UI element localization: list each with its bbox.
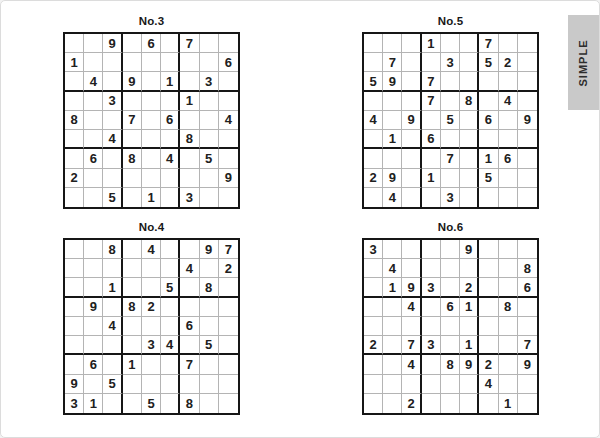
- sudoku-cell: [219, 336, 238, 355]
- puzzle-title: No.3: [63, 13, 240, 29]
- sudoku-cell: [200, 111, 219, 130]
- sudoku-cell: [479, 278, 498, 297]
- sudoku-cell: 6: [180, 317, 199, 336]
- sudoku-cell: 4: [402, 355, 421, 374]
- sudoku-cell: [499, 278, 518, 297]
- sudoku-cell: [103, 355, 122, 374]
- sudoku-cell: [103, 298, 122, 317]
- sudoku-cell: [219, 278, 238, 297]
- sudoku-cell: [219, 149, 238, 168]
- sudoku-cell: 5: [200, 336, 219, 355]
- sudoku-cell: [161, 130, 180, 149]
- sudoku-cell: 9: [460, 240, 479, 259]
- sudoku-cell: 8: [123, 149, 142, 168]
- sudoku-cell: [499, 240, 518, 259]
- sudoku-cell: [65, 278, 84, 297]
- sudoku-cell: 2: [65, 169, 84, 188]
- sudoku-cell: [103, 53, 122, 72]
- sudoku-cell: [123, 394, 142, 413]
- puzzle-title: No.4: [63, 219, 240, 235]
- sudoku-cell: [364, 278, 383, 297]
- sudoku-cell: 7: [422, 92, 441, 111]
- sudoku-cell: [65, 149, 84, 168]
- sudoku-cell: [499, 355, 518, 374]
- sudoku-cell: 7: [518, 336, 537, 355]
- sudoku-cell: [84, 34, 103, 53]
- sudoku-cell: [142, 53, 161, 72]
- sudoku-cell: [65, 336, 84, 355]
- sudoku-cell: 9: [383, 72, 402, 91]
- sudoku-cell: [441, 278, 460, 297]
- sudoku-cell: [161, 259, 180, 278]
- sudoku-cell: [518, 92, 537, 111]
- sudoku-cell: 9: [383, 169, 402, 188]
- sudoku-cell: [84, 53, 103, 72]
- sudoku-cell: [84, 130, 103, 149]
- sudoku-cell: [383, 355, 402, 374]
- sudoku-cell: [161, 34, 180, 53]
- sudoku-cell: 1: [65, 53, 84, 72]
- sudoku-cell: [123, 278, 142, 297]
- sudoku-cell: [499, 111, 518, 130]
- sudoku-cell: [142, 355, 161, 374]
- sudoku-cell: [460, 317, 479, 336]
- sudoku-cell: [161, 375, 180, 394]
- sudoku-cell: [402, 34, 421, 53]
- sudoku-cell: [402, 240, 421, 259]
- sudoku-cell: [123, 92, 142, 111]
- sudoku-cell: [479, 317, 498, 336]
- sudoku-cell: [219, 130, 238, 149]
- sudoku-cell: [84, 259, 103, 278]
- sudoku-cell: [364, 298, 383, 317]
- sudoku-cell: 7: [422, 72, 441, 91]
- sudoku-cell: 9: [518, 111, 537, 130]
- sudoku-cell: 5: [103, 375, 122, 394]
- sudoku-cell: [518, 53, 537, 72]
- sudoku-cell: [142, 130, 161, 149]
- sudoku-cell: 6: [84, 149, 103, 168]
- sudoku-cell: 4: [364, 111, 383, 130]
- sudoku-cell: 5: [142, 394, 161, 413]
- sudoku-cell: [84, 278, 103, 297]
- sudoku-cell: [422, 259, 441, 278]
- sudoku-cell: 8: [180, 130, 199, 149]
- sudoku-cell: [84, 375, 103, 394]
- sudoku-cell: 2: [499, 53, 518, 72]
- sudoku-cell: [402, 259, 421, 278]
- sudoku-cell: [65, 92, 84, 111]
- sudoku-cell: [65, 34, 84, 53]
- sudoku-cell: [180, 53, 199, 72]
- sudoku-cell: [383, 394, 402, 413]
- sudoku-cell: [103, 149, 122, 168]
- sudoku-cell: [65, 317, 84, 336]
- sudoku-cell: [402, 53, 421, 72]
- sudoku-cell: 1: [383, 130, 402, 149]
- sudoku-cell: [65, 355, 84, 374]
- sudoku-puzzle-no3: No.3 96716491331876448684529513: [63, 13, 240, 209]
- sudoku-cell: [479, 336, 498, 355]
- sudoku-cell: [383, 92, 402, 111]
- sudoku-cell: [364, 92, 383, 111]
- sudoku-cell: 1: [84, 394, 103, 413]
- sudoku-cell: [219, 375, 238, 394]
- sudoku-cell: 4: [383, 259, 402, 278]
- sudoku-cell: [364, 394, 383, 413]
- sudoku-cell: [200, 259, 219, 278]
- sudoku-cell: [383, 240, 402, 259]
- sudoku-cell: [219, 317, 238, 336]
- sudoku-grid: 39481932646182731748929421: [362, 238, 539, 415]
- sudoku-cell: 9: [219, 169, 238, 188]
- sudoku-cell: 9: [65, 375, 84, 394]
- sudoku-cell: 4: [383, 188, 402, 207]
- sudoku-cell: 6: [441, 298, 460, 317]
- sudoku-cell: [103, 169, 122, 188]
- sudoku-cell: [84, 169, 103, 188]
- sudoku-cell: 6: [479, 111, 498, 130]
- sudoku-cell: [142, 278, 161, 297]
- sudoku-cell: [499, 34, 518, 53]
- sudoku-cell: 8: [123, 298, 142, 317]
- sudoku-cell: 9: [518, 355, 537, 374]
- sudoku-cell: 4: [219, 111, 238, 130]
- sudoku-cell: [142, 375, 161, 394]
- difficulty-label: SIMPLE: [578, 39, 590, 86]
- sudoku-cell: [402, 188, 421, 207]
- sudoku-cell: [383, 298, 402, 317]
- sudoku-cell: [460, 375, 479, 394]
- sudoku-grid: 96716491331876448684529513: [63, 32, 240, 209]
- sudoku-cell: [103, 394, 122, 413]
- sudoku-cell: [200, 317, 219, 336]
- sudoku-cell: [364, 130, 383, 149]
- sudoku-cell: [84, 317, 103, 336]
- sudoku-cell: 4: [142, 240, 161, 259]
- puzzle-title: No.5: [362, 13, 539, 29]
- sudoku-cell: 4: [402, 298, 421, 317]
- sudoku-cell: [402, 149, 421, 168]
- sudoku-cell: [402, 317, 421, 336]
- sudoku-cell: 7: [441, 149, 460, 168]
- sudoku-cell: [441, 240, 460, 259]
- sudoku-cell: 8: [200, 278, 219, 297]
- sudoku-cell: 4: [103, 130, 122, 149]
- sudoku-cell: 5: [441, 111, 460, 130]
- sudoku-cell: 8: [180, 394, 199, 413]
- sudoku-cell: [422, 53, 441, 72]
- sudoku-cell: 1: [460, 336, 479, 355]
- sudoku-cell: [219, 34, 238, 53]
- sudoku-cell: [161, 355, 180, 374]
- sudoku-cell: 3: [200, 72, 219, 91]
- sudoku-cell: [518, 169, 537, 188]
- sudoku-cell: 5: [103, 188, 122, 207]
- sudoku-cell: [103, 111, 122, 130]
- sudoku-cell: 5: [479, 53, 498, 72]
- sudoku-cell: [441, 394, 460, 413]
- sudoku-cell: 1: [479, 149, 498, 168]
- sudoku-cell: 9: [103, 34, 122, 53]
- sudoku-cell: [383, 34, 402, 53]
- sudoku-cell: [200, 92, 219, 111]
- sudoku-cell: 7: [219, 240, 238, 259]
- sudoku-cell: [499, 259, 518, 278]
- sudoku-cell: 7: [180, 355, 199, 374]
- sudoku-cell: [422, 394, 441, 413]
- sudoku-cell: 3: [441, 53, 460, 72]
- sudoku-cell: 2: [364, 169, 383, 188]
- sudoku-cell: 9: [84, 298, 103, 317]
- sudoku-cell: 7: [402, 336, 421, 355]
- sudoku-cell: 6: [161, 111, 180, 130]
- sudoku-cell: 9: [402, 278, 421, 297]
- sudoku-cell: 6: [422, 130, 441, 149]
- sudoku-cell: [383, 111, 402, 130]
- sudoku-cell: [123, 169, 142, 188]
- sudoku-cell: 3: [180, 188, 199, 207]
- sudoku-cell: [123, 53, 142, 72]
- sudoku-cell: 1: [499, 394, 518, 413]
- sudoku-cell: [460, 34, 479, 53]
- sudoku-cell: 1: [161, 72, 180, 91]
- sudoku-cell: 9: [123, 72, 142, 91]
- sudoku-cell: 1: [103, 278, 122, 297]
- sudoku-cell: [161, 317, 180, 336]
- sudoku-cell: [219, 188, 238, 207]
- sudoku-cell: [200, 298, 219, 317]
- sudoku-cell: [142, 169, 161, 188]
- sudoku-cell: [441, 169, 460, 188]
- sudoku-cell: [65, 240, 84, 259]
- sudoku-cell: [499, 317, 518, 336]
- sudoku-cell: [142, 317, 161, 336]
- sudoku-cell: [518, 375, 537, 394]
- sudoku-cell: [518, 317, 537, 336]
- sudoku-cell: 3: [65, 394, 84, 413]
- sudoku-cell: 2: [142, 298, 161, 317]
- sudoku-cell: [402, 92, 421, 111]
- sudoku-cell: [460, 169, 479, 188]
- sudoku-cell: [499, 375, 518, 394]
- sudoku-cell: [65, 188, 84, 207]
- sudoku-cell: 4: [161, 149, 180, 168]
- sudoku-cell: [402, 375, 421, 394]
- sudoku-cell: 6: [142, 34, 161, 53]
- sudoku-cell: [422, 375, 441, 394]
- sudoku-cell: [364, 375, 383, 394]
- sudoku-cell: [161, 53, 180, 72]
- sudoku-cell: [142, 92, 161, 111]
- sudoku-cell: 9: [460, 355, 479, 374]
- sudoku-cell: 1: [123, 355, 142, 374]
- sudoku-cell: [219, 298, 238, 317]
- sudoku-cell: [383, 317, 402, 336]
- sudoku-cell: [103, 259, 122, 278]
- sudoku-cell: [479, 188, 498, 207]
- sudoku-cell: [518, 34, 537, 53]
- sudoku-cell: 4: [499, 92, 518, 111]
- sudoku-cell: [364, 149, 383, 168]
- sudoku-cell: [383, 375, 402, 394]
- sudoku-grid: 1773525977844956916716291543: [362, 32, 539, 209]
- sudoku-cell: 3: [422, 278, 441, 297]
- sudoku-cell: [364, 317, 383, 336]
- sudoku-cell: 4: [180, 259, 199, 278]
- sudoku-cell: [123, 259, 142, 278]
- sudoku-cell: 4: [84, 72, 103, 91]
- sudoku-cell: 3: [441, 188, 460, 207]
- sudoku-cell: [84, 240, 103, 259]
- sudoku-cell: [123, 130, 142, 149]
- sudoku-cell: [499, 336, 518, 355]
- sudoku-cell: 7: [123, 111, 142, 130]
- sudoku-cell: 1: [422, 169, 441, 188]
- sudoku-cell: 9: [200, 240, 219, 259]
- sudoku-cell: [180, 72, 199, 91]
- sudoku-cell: 8: [518, 259, 537, 278]
- sudoku-cell: [518, 298, 537, 317]
- screenshot-canvas: No.3 96716491331876448684529513 No.5 177…: [0, 0, 600, 438]
- sudoku-cell: 5: [161, 278, 180, 297]
- sudoku-cell: 1: [142, 188, 161, 207]
- sudoku-cell: [180, 240, 199, 259]
- sudoku-cell: [180, 298, 199, 317]
- sudoku-cell: 3: [364, 240, 383, 259]
- sudoku-cell: [460, 188, 479, 207]
- sudoku-cell: [142, 72, 161, 91]
- sudoku-cell: [518, 240, 537, 259]
- sudoku-cell: 1: [383, 278, 402, 297]
- sudoku-cell: [383, 149, 402, 168]
- sudoku-cell: [180, 111, 199, 130]
- sudoku-cell: [161, 298, 180, 317]
- sudoku-cell: [180, 336, 199, 355]
- sudoku-cell: 3: [422, 336, 441, 355]
- sudoku-cell: [65, 259, 84, 278]
- sudoku-cell: [441, 34, 460, 53]
- sudoku-cell: [479, 240, 498, 259]
- sudoku-cell: [499, 130, 518, 149]
- sudoku-cell: [479, 92, 498, 111]
- sudoku-cell: 4: [103, 317, 122, 336]
- sudoku-cell: [103, 72, 122, 91]
- sudoku-cell: [219, 394, 238, 413]
- sudoku-cell: 2: [460, 278, 479, 297]
- sudoku-cell: [123, 34, 142, 53]
- sudoku-cell: 6: [518, 278, 537, 297]
- sudoku-cell: [422, 240, 441, 259]
- sudoku-cell: [161, 188, 180, 207]
- sudoku-cell: [364, 34, 383, 53]
- sudoku-cell: 2: [219, 259, 238, 278]
- sudoku-cell: [161, 394, 180, 413]
- sudoku-cell: [479, 298, 498, 317]
- sudoku-cell: 8: [499, 298, 518, 317]
- sudoku-cell: 4: [161, 336, 180, 355]
- sudoku-grid: 84974215898246345617953158: [63, 238, 240, 415]
- sudoku-cell: 4: [479, 375, 498, 394]
- sudoku-cell: [460, 130, 479, 149]
- sudoku-cell: [460, 72, 479, 91]
- sudoku-cell: [364, 53, 383, 72]
- sudoku-cell: [200, 34, 219, 53]
- sudoku-cell: 5: [364, 72, 383, 91]
- sudoku-cell: [200, 355, 219, 374]
- sudoku-cell: 1: [460, 298, 479, 317]
- sudoku-cell: [180, 149, 199, 168]
- sudoku-cell: [383, 336, 402, 355]
- sudoku-cell: [364, 259, 383, 278]
- sudoku-cell: 8: [103, 240, 122, 259]
- sudoku-cell: 8: [460, 92, 479, 111]
- sudoku-cell: [460, 394, 479, 413]
- sudoku-cell: [84, 188, 103, 207]
- sudoku-cell: 1: [422, 34, 441, 53]
- sudoku-cell: [499, 188, 518, 207]
- sudoku-cell: [518, 149, 537, 168]
- sudoku-cell: 6: [84, 355, 103, 374]
- sudoku-cell: 6: [219, 53, 238, 72]
- sudoku-cell: 5: [200, 149, 219, 168]
- sudoku-cell: [518, 72, 537, 91]
- puzzle-title: No.6: [362, 219, 539, 235]
- sudoku-cell: [84, 111, 103, 130]
- sudoku-cell: [123, 240, 142, 259]
- sudoku-cell: [364, 355, 383, 374]
- sudoku-cell: 6: [499, 149, 518, 168]
- sudoku-cell: [65, 298, 84, 317]
- sudoku-cell: [518, 188, 537, 207]
- sudoku-cell: [460, 259, 479, 278]
- sudoku-cell: [441, 259, 460, 278]
- sudoku-cell: 7: [479, 34, 498, 53]
- sudoku-cell: [123, 375, 142, 394]
- sudoku-cell: 3: [103, 92, 122, 111]
- sudoku-cell: [479, 72, 498, 91]
- sudoku-cell: [123, 336, 142, 355]
- sudoku-cell: [441, 72, 460, 91]
- sudoku-cell: [123, 188, 142, 207]
- sudoku-cell: [422, 188, 441, 207]
- sudoku-cell: [441, 375, 460, 394]
- sudoku-cell: [402, 169, 421, 188]
- sudoku-cell: [422, 298, 441, 317]
- sudoku-cell: [364, 188, 383, 207]
- sudoku-cell: [200, 375, 219, 394]
- sudoku-cell: [161, 92, 180, 111]
- sudoku-cell: 7: [180, 34, 199, 53]
- sudoku-cell: [180, 169, 199, 188]
- sudoku-cell: [499, 169, 518, 188]
- sudoku-cell: [441, 317, 460, 336]
- sudoku-cell: [219, 355, 238, 374]
- sudoku-puzzle-no5: No.5 1773525977844956916716291543: [362, 13, 539, 209]
- sudoku-cell: [422, 149, 441, 168]
- sudoku-cell: 7: [383, 53, 402, 72]
- sudoku-cell: [460, 111, 479, 130]
- sudoku-cell: [84, 92, 103, 111]
- sudoku-cell: [422, 317, 441, 336]
- sudoku-puzzle-no4: No.4 84974215898246345617953158: [63, 219, 240, 415]
- sudoku-cell: [65, 72, 84, 91]
- sudoku-cell: [142, 111, 161, 130]
- sudoku-cell: [518, 130, 537, 149]
- sudoku-cell: [142, 149, 161, 168]
- sudoku-cell: [460, 53, 479, 72]
- sudoku-cell: [123, 317, 142, 336]
